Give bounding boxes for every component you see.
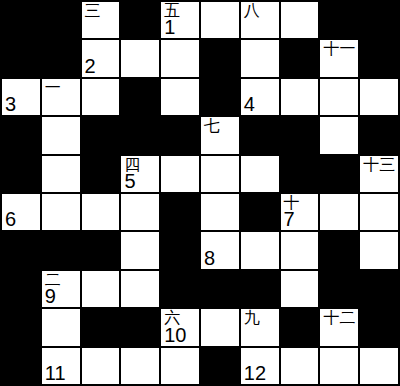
cell-r7c2[interactable] [82,271,120,307]
block-cell-r7c9 [360,271,398,307]
cell-r4c1[interactable] [42,156,80,192]
kanji-clue-label: 九 [244,309,260,327]
cell-r6c3[interactable] [121,232,159,268]
block-cell-r0c9 [360,2,398,38]
clue-number: 6 [5,209,16,229]
cell-r2c4[interactable] [161,79,199,115]
block-cell-r4c8 [320,156,358,192]
cell-r5c9[interactable] [360,194,398,230]
block-cell-r7c8 [320,271,358,307]
cell-r8c1[interactable] [42,309,80,345]
cell-r1c6[interactable] [241,40,279,76]
cell-r9c2[interactable] [82,348,120,384]
cell-r2c2[interactable] [82,79,120,115]
cell-r1c2[interactable]: 2 [82,40,120,76]
cell-r5c0[interactable]: 6 [2,194,40,230]
block-cell-r3c0 [2,117,40,153]
cell-r2c6[interactable]: 4 [241,79,279,115]
cell-r0c6[interactable]: 八 [241,2,279,38]
cell-r7c1[interactable]: 二9 [42,271,80,307]
clue-number: 7 [284,209,295,229]
kanji-clue-label: 一 [45,79,61,97]
block-cell-r3c7 [281,117,319,153]
cell-r4c6[interactable] [241,156,279,192]
block-cell-r5c4 [161,194,199,230]
cell-r3c8[interactable] [320,117,358,153]
block-cell-r4c0 [2,156,40,192]
block-cell-r8c7 [281,309,319,345]
clue-number: 8 [204,248,215,268]
block-cell-r8c2 [82,309,120,345]
clue-number: 9 [45,286,56,306]
clue-number: 10 [164,325,186,345]
cell-r8c5[interactable] [201,309,239,345]
block-cell-r6c0 [2,232,40,268]
cell-r9c4[interactable] [161,348,199,384]
cell-r2c0[interactable]: 3 [2,79,40,115]
block-cell-r3c3 [121,117,159,153]
block-cell-r2c5 [201,79,239,115]
cell-r4c9[interactable]: 十三 [360,156,398,192]
block-cell-r7c5 [201,271,239,307]
block-cell-r0c3 [121,2,159,38]
cell-r8c6[interactable]: 九 [241,309,279,345]
block-cell-r1c5 [201,40,239,76]
cell-r0c4[interactable]: 五1 [161,2,199,38]
block-cell-r6c4 [161,232,199,268]
block-cell-r3c2 [82,117,120,153]
block-cell-r0c8 [320,2,358,38]
cell-r6c6[interactable] [241,232,279,268]
block-cell-r5c6 [241,194,279,230]
block-cell-r8c9 [360,309,398,345]
block-cell-r2c3 [121,79,159,115]
kanji-clue-label: 八 [244,2,260,20]
kanji-clue-label: 七 [204,117,220,135]
block-cell-r3c6 [241,117,279,153]
kanji-clue-label: 十二 [323,309,355,327]
cell-r8c8[interactable]: 十二 [320,309,358,345]
cell-r5c2[interactable] [82,194,120,230]
clue-number: 2 [85,56,96,76]
cell-r7c7[interactable] [281,271,319,307]
cell-r2c7[interactable] [281,79,319,115]
cell-r9c6[interactable]: 12 [241,348,279,384]
cell-r5c1[interactable] [42,194,80,230]
block-cell-r0c0 [2,2,40,38]
crossword-board: 三五1八2十一3一4七四5十三6十78二9六10九十二1112 [0,0,400,386]
block-cell-r1c7 [281,40,319,76]
cell-r9c8[interactable] [320,348,358,384]
kanji-clue-label: 十一 [323,40,355,58]
cell-r1c3[interactable] [121,40,159,76]
cell-r6c7[interactable] [281,232,319,268]
cell-r3c1[interactable] [42,117,80,153]
block-cell-r8c3 [121,309,159,345]
block-cell-r1c9 [360,40,398,76]
cell-r0c2[interactable]: 三 [82,2,120,38]
cell-r9c1[interactable]: 11 [42,348,80,384]
cell-r4c4[interactable] [161,156,199,192]
cell-r2c1[interactable]: 一 [42,79,80,115]
block-cell-r7c0 [2,271,40,307]
cell-r9c3[interactable] [121,348,159,384]
cell-r2c8[interactable] [320,79,358,115]
cell-r3c5[interactable]: 七 [201,117,239,153]
cell-r1c8[interactable]: 十一 [320,40,358,76]
cell-r7c3[interactable] [121,271,159,307]
block-cell-r9c0 [2,348,40,384]
cell-r8c4[interactable]: 六10 [161,309,199,345]
cell-r0c7[interactable] [281,2,319,38]
cell-r5c5[interactable] [201,194,239,230]
block-cell-r6c2 [82,232,120,268]
block-cell-r8c0 [2,309,40,345]
cell-r5c8[interactable] [320,194,358,230]
clue-number: 3 [5,94,16,114]
block-cell-r3c4 [161,117,199,153]
cell-r6c5[interactable]: 8 [201,232,239,268]
block-cell-r6c1 [42,232,80,268]
cell-r5c3[interactable] [121,194,159,230]
block-cell-r7c4 [161,271,199,307]
clue-number: 12 [244,363,266,383]
cell-r9c9[interactable] [360,348,398,384]
clue-number: 4 [244,94,255,114]
clue-number: 11 [45,363,66,383]
cell-r6c9[interactable] [360,232,398,268]
block-cell-r4c7 [281,156,319,192]
block-cell-r7c6 [241,271,279,307]
kanji-clue-label: 三 [85,2,101,20]
cell-r9c7[interactable] [281,348,319,384]
block-cell-r1c0 [2,40,40,76]
block-cell-r4c2 [82,156,120,192]
block-cell-r3c9 [360,117,398,153]
clue-number: 1 [164,17,175,37]
block-cell-r0c1 [42,2,80,38]
block-cell-r9c5 [201,348,239,384]
clue-number: 5 [124,171,135,191]
cell-r2c9[interactable] [360,79,398,115]
cell-r5c7[interactable]: 十7 [281,194,319,230]
cell-r4c3[interactable]: 四5 [121,156,159,192]
kanji-clue-label: 十三 [363,156,395,174]
cell-r1c4[interactable] [161,40,199,76]
cell-r0c5[interactable] [201,2,239,38]
cell-r4c5[interactable] [201,156,239,192]
block-cell-r1c1 [42,40,80,76]
block-cell-r6c8 [320,232,358,268]
